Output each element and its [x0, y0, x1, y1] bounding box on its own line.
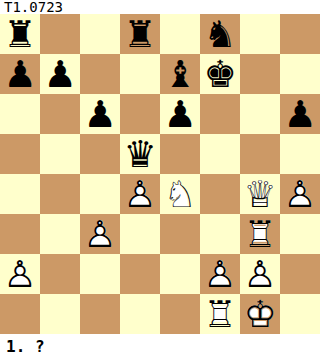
square-b5[interactable] [40, 134, 80, 174]
bishop-fill-glyph: ♝ [160, 54, 200, 94]
piece-white-pawn[interactable]: ♟♙ [280, 174, 320, 214]
square-h1[interactable] [280, 294, 320, 334]
pawn-outline-glyph: ♙ [280, 174, 320, 214]
square-d1[interactable] [120, 294, 160, 334]
square-a6[interactable] [0, 94, 40, 134]
queen-fill-glyph: ♛ [120, 134, 160, 174]
square-b4[interactable] [40, 174, 80, 214]
square-h2[interactable] [280, 254, 320, 294]
square-c8[interactable] [80, 14, 120, 54]
queen-outline-glyph: ♕ [240, 174, 280, 214]
piece-white-pawn[interactable]: ♟♙ [0, 254, 40, 294]
square-d2[interactable] [120, 254, 160, 294]
square-f6[interactable] [200, 94, 240, 134]
square-d6[interactable] [120, 94, 160, 134]
pawn-outline-glyph: ♙ [120, 174, 160, 214]
square-e3[interactable] [160, 214, 200, 254]
pawn-outline-glyph: ♙ [200, 254, 240, 294]
rook-outline-glyph: ♖ [240, 214, 280, 254]
pawn-outline-glyph: ♙ [80, 214, 120, 254]
square-c1[interactable] [80, 294, 120, 334]
pawn-outline-glyph: ♙ [240, 254, 280, 294]
pawn-fill-glyph: ♟ [80, 94, 120, 134]
square-g7[interactable] [240, 54, 280, 94]
piece-black-pawn[interactable]: ♟ [280, 94, 320, 134]
piece-black-bishop[interactable]: ♝ [160, 54, 200, 94]
square-b6[interactable] [40, 94, 80, 134]
king-fill-glyph: ♚ [200, 54, 240, 94]
square-e1[interactable] [160, 294, 200, 334]
square-e6[interactable]: ♟ [160, 94, 200, 134]
square-f1[interactable]: ♜♖ [200, 294, 240, 334]
square-f4[interactable] [200, 174, 240, 214]
knight-fill-glyph: ♞ [200, 14, 240, 54]
square-h4[interactable]: ♟♙ [280, 174, 320, 214]
pawn-fill-glyph: ♟ [0, 54, 40, 94]
square-b8[interactable] [40, 14, 80, 54]
piece-white-king[interactable]: ♚♔ [240, 294, 280, 334]
square-g2[interactable]: ♟♙ [240, 254, 280, 294]
square-g1[interactable]: ♚♔ [240, 294, 280, 334]
square-e7[interactable]: ♝ [160, 54, 200, 94]
square-c4[interactable] [80, 174, 120, 214]
square-a3[interactable] [0, 214, 40, 254]
chess-board: ♜♜♞♟♟♝♚♟♟♟♛♟♙♞♘♛♕♟♙♟♙♜♖♟♙♟♙♟♙♜♖♚♔ [0, 14, 320, 334]
piece-black-pawn[interactable]: ♟ [80, 94, 120, 134]
piece-white-pawn[interactable]: ♟♙ [200, 254, 240, 294]
square-g5[interactable] [240, 134, 280, 174]
king-outline-glyph: ♔ [240, 294, 280, 334]
square-d3[interactable] [120, 214, 160, 254]
piece-black-queen[interactable]: ♛ [120, 134, 160, 174]
square-f2[interactable]: ♟♙ [200, 254, 240, 294]
square-h8[interactable] [280, 14, 320, 54]
square-c3[interactable]: ♟♙ [80, 214, 120, 254]
square-d8[interactable]: ♜ [120, 14, 160, 54]
square-a7[interactable]: ♟ [0, 54, 40, 94]
square-a5[interactable] [0, 134, 40, 174]
square-b3[interactable] [40, 214, 80, 254]
pawn-fill-glyph: ♟ [160, 94, 200, 134]
square-c6[interactable]: ♟ [80, 94, 120, 134]
square-a8[interactable]: ♜ [0, 14, 40, 54]
square-a4[interactable] [0, 174, 40, 214]
square-f5[interactable] [200, 134, 240, 174]
piece-white-rook[interactable]: ♜♖ [240, 214, 280, 254]
knight-outline-glyph: ♘ [160, 174, 200, 214]
square-h7[interactable] [280, 54, 320, 94]
pawn-outline-glyph: ♙ [0, 254, 40, 294]
square-b7[interactable]: ♟ [40, 54, 80, 94]
piece-black-knight[interactable]: ♞ [200, 14, 240, 54]
square-b1[interactable] [40, 294, 80, 334]
piece-black-rook[interactable]: ♜ [0, 14, 40, 54]
square-c7[interactable] [80, 54, 120, 94]
square-c5[interactable] [80, 134, 120, 174]
square-g4[interactable]: ♛♕ [240, 174, 280, 214]
square-e5[interactable] [160, 134, 200, 174]
pawn-fill-glyph: ♟ [40, 54, 80, 94]
square-e4[interactable]: ♞♘ [160, 174, 200, 214]
square-h6[interactable]: ♟ [280, 94, 320, 134]
square-a2[interactable]: ♟♙ [0, 254, 40, 294]
square-g8[interactable] [240, 14, 280, 54]
square-e2[interactable] [160, 254, 200, 294]
square-c2[interactable] [80, 254, 120, 294]
square-g3[interactable]: ♜♖ [240, 214, 280, 254]
square-d7[interactable] [120, 54, 160, 94]
piece-white-pawn[interactable]: ♟♙ [240, 254, 280, 294]
piece-black-pawn[interactable]: ♟ [0, 54, 40, 94]
square-e8[interactable] [160, 14, 200, 54]
piece-black-pawn[interactable]: ♟ [160, 94, 200, 134]
piece-white-pawn[interactable]: ♟♙ [120, 174, 160, 214]
move-prompt: 1. ? [6, 338, 45, 356]
piece-white-rook[interactable]: ♜♖ [200, 294, 240, 334]
rook-fill-glyph: ♜ [120, 14, 160, 54]
piece-white-pawn[interactable]: ♟♙ [80, 214, 120, 254]
square-f7[interactable]: ♚ [200, 54, 240, 94]
puzzle-title: T1.0723 [4, 0, 63, 14]
square-g6[interactable] [240, 94, 280, 134]
square-f8[interactable]: ♞ [200, 14, 240, 54]
piece-white-knight[interactable]: ♞♘ [160, 174, 200, 214]
pawn-fill-glyph: ♟ [280, 94, 320, 134]
square-a1[interactable] [0, 294, 40, 334]
rook-outline-glyph: ♖ [200, 294, 240, 334]
square-b2[interactable] [40, 254, 80, 294]
square-f3[interactable] [200, 214, 240, 254]
piece-black-rook[interactable]: ♜ [120, 14, 160, 54]
piece-black-pawn[interactable]: ♟ [40, 54, 80, 94]
piece-black-king[interactable]: ♚ [200, 54, 240, 94]
square-d5[interactable]: ♛ [120, 134, 160, 174]
rook-fill-glyph: ♜ [0, 14, 40, 54]
square-h3[interactable] [280, 214, 320, 254]
square-h5[interactable] [280, 134, 320, 174]
square-d4[interactable]: ♟♙ [120, 174, 160, 214]
piece-white-queen[interactable]: ♛♕ [240, 174, 280, 214]
